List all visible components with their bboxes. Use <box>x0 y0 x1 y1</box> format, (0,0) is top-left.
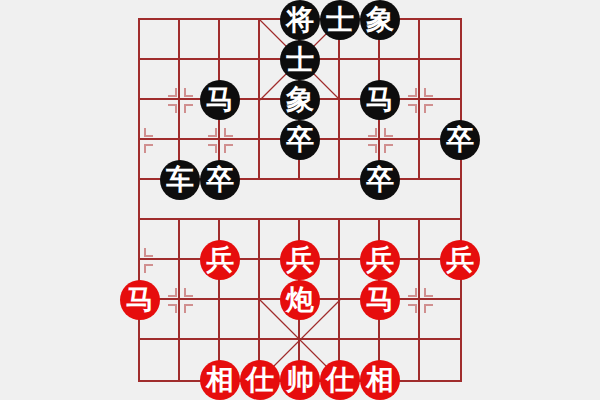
red-horse[interactable]: 马 <box>360 280 400 320</box>
red-advisor[interactable]: 仕 <box>240 360 280 400</box>
black-general[interactable]: 将 <box>280 0 320 40</box>
black-soldier[interactable]: 卒 <box>200 160 240 200</box>
black-horse[interactable]: 马 <box>200 80 240 120</box>
red-soldier[interactable]: 兵 <box>440 240 480 280</box>
red-elephant[interactable]: 相 <box>360 360 400 400</box>
black-elephant[interactable]: 象 <box>280 80 320 120</box>
red-soldier[interactable]: 兵 <box>280 240 320 280</box>
black-advisor[interactable]: 士 <box>320 0 360 40</box>
black-soldier[interactable]: 卒 <box>360 160 400 200</box>
piece-layer: 将士象士马象马卒卒车卒卒兵兵兵兵马炮马相仕帅仕相 <box>140 20 460 380</box>
black-soldier[interactable]: 卒 <box>440 120 480 160</box>
xiangqi-board: 将士象士马象马卒卒车卒卒兵兵兵兵马炮马相仕帅仕相 <box>0 0 600 400</box>
red-elephant[interactable]: 相 <box>200 360 240 400</box>
red-general[interactable]: 帅 <box>280 360 320 400</box>
red-cannon[interactable]: 炮 <box>280 280 320 320</box>
red-soldier[interactable]: 兵 <box>200 240 240 280</box>
black-advisor[interactable]: 士 <box>280 40 320 80</box>
black-soldier[interactable]: 卒 <box>280 120 320 160</box>
red-horse[interactable]: 马 <box>120 280 160 320</box>
black-chariot[interactable]: 车 <box>160 160 200 200</box>
black-elephant[interactable]: 象 <box>360 0 400 40</box>
black-horse[interactable]: 马 <box>360 80 400 120</box>
red-soldier[interactable]: 兵 <box>360 240 400 280</box>
red-advisor[interactable]: 仕 <box>320 360 360 400</box>
